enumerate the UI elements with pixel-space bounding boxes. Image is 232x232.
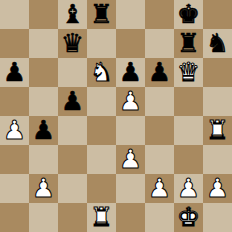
square-h1[interactable]	[203, 203, 232, 232]
chess-board-widget: ♝♜♚♛♜♞♟♞♟♟♛♟♟♟♟♜♟♟♟♟♟♜♚	[0, 0, 232, 232]
square-b8[interactable]	[29, 0, 58, 29]
square-c2[interactable]	[58, 174, 87, 203]
square-c4[interactable]	[58, 116, 87, 145]
piece-black-pawn: ♟	[148, 58, 171, 87]
square-g1[interactable]: ♚	[174, 203, 203, 232]
square-f4[interactable]	[145, 116, 174, 145]
piece-black-bishop: ♝	[61, 0, 84, 29]
square-h6[interactable]	[203, 58, 232, 87]
square-e2[interactable]	[116, 174, 145, 203]
square-c5[interactable]: ♟	[58, 87, 87, 116]
piece-black-knight: ♞	[206, 29, 229, 58]
square-f6[interactable]: ♟	[145, 58, 174, 87]
piece-black-pawn: ♟	[119, 58, 142, 87]
square-d1[interactable]: ♜	[87, 203, 116, 232]
square-f2[interactable]: ♟	[145, 174, 174, 203]
piece-black-pawn: ♟	[32, 116, 55, 145]
piece-white-pawn: ♟	[177, 174, 200, 203]
square-e4[interactable]	[116, 116, 145, 145]
square-c3[interactable]	[58, 145, 87, 174]
square-d8[interactable]: ♜	[87, 0, 116, 29]
square-b3[interactable]	[29, 145, 58, 174]
square-b7[interactable]	[29, 29, 58, 58]
square-a6[interactable]: ♟	[0, 58, 29, 87]
square-g6[interactable]: ♛	[174, 58, 203, 87]
square-f1[interactable]	[145, 203, 174, 232]
square-a7[interactable]	[0, 29, 29, 58]
piece-white-rook: ♜	[90, 203, 113, 232]
square-b1[interactable]	[29, 203, 58, 232]
piece-white-pawn: ♟	[206, 174, 229, 203]
square-f5[interactable]	[145, 87, 174, 116]
piece-black-queen: ♛	[61, 29, 84, 58]
square-d7[interactable]	[87, 29, 116, 58]
square-b2[interactable]: ♟	[29, 174, 58, 203]
square-a1[interactable]	[0, 203, 29, 232]
piece-white-pawn: ♟	[119, 145, 142, 174]
square-d4[interactable]	[87, 116, 116, 145]
square-h3[interactable]	[203, 145, 232, 174]
square-h8[interactable]	[203, 0, 232, 29]
square-g7[interactable]: ♜	[174, 29, 203, 58]
piece-white-pawn: ♟	[148, 174, 171, 203]
square-g4[interactable]	[174, 116, 203, 145]
piece-white-pawn: ♟	[119, 87, 142, 116]
square-g2[interactable]: ♟	[174, 174, 203, 203]
square-d5[interactable]	[87, 87, 116, 116]
chess-board: ♝♜♚♛♜♞♟♞♟♟♛♟♟♟♟♜♟♟♟♟♟♜♚	[0, 0, 232, 232]
square-a2[interactable]	[0, 174, 29, 203]
square-d2[interactable]	[87, 174, 116, 203]
square-e6[interactable]: ♟	[116, 58, 145, 87]
square-f7[interactable]	[145, 29, 174, 58]
square-e1[interactable]	[116, 203, 145, 232]
square-b6[interactable]	[29, 58, 58, 87]
square-h5[interactable]	[203, 87, 232, 116]
piece-white-queen: ♛	[177, 58, 200, 87]
piece-white-king: ♚	[177, 203, 200, 232]
square-c7[interactable]: ♛	[58, 29, 87, 58]
piece-white-pawn: ♟	[3, 116, 26, 145]
square-h7[interactable]: ♞	[203, 29, 232, 58]
piece-black-king: ♚	[177, 0, 200, 29]
square-d3[interactable]	[87, 145, 116, 174]
square-a5[interactable]	[0, 87, 29, 116]
square-a4[interactable]: ♟	[0, 116, 29, 145]
square-e5[interactable]: ♟	[116, 87, 145, 116]
square-a8[interactable]	[0, 0, 29, 29]
square-c1[interactable]	[58, 203, 87, 232]
piece-white-rook: ♜	[206, 116, 229, 145]
square-g3[interactable]	[174, 145, 203, 174]
square-h2[interactable]: ♟	[203, 174, 232, 203]
piece-black-pawn: ♟	[3, 58, 26, 87]
square-e8[interactable]	[116, 0, 145, 29]
square-g5[interactable]	[174, 87, 203, 116]
piece-black-rook: ♜	[177, 29, 200, 58]
square-c8[interactable]: ♝	[58, 0, 87, 29]
piece-black-rook: ♜	[90, 0, 113, 29]
square-f3[interactable]	[145, 145, 174, 174]
square-d6[interactable]: ♞	[87, 58, 116, 87]
piece-white-pawn: ♟	[32, 174, 55, 203]
square-e7[interactable]	[116, 29, 145, 58]
square-b5[interactable]	[29, 87, 58, 116]
square-g8[interactable]: ♚	[174, 0, 203, 29]
piece-black-pawn: ♟	[61, 87, 84, 116]
square-b4[interactable]: ♟	[29, 116, 58, 145]
square-e3[interactable]: ♟	[116, 145, 145, 174]
square-f8[interactable]	[145, 0, 174, 29]
square-h4[interactable]: ♜	[203, 116, 232, 145]
piece-white-knight: ♞	[90, 58, 113, 87]
square-a3[interactable]	[0, 145, 29, 174]
square-c6[interactable]	[58, 58, 87, 87]
